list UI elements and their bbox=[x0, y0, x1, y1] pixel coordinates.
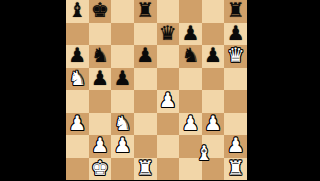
white-pawn-b2[interactable]: ♟ bbox=[91, 135, 109, 155]
black-bishop-a8[interactable]: ♝ bbox=[68, 0, 86, 20]
square-c4[interactable] bbox=[111, 90, 134, 113]
black-knight-f6[interactable]: ♞ bbox=[181, 45, 199, 65]
square-a8[interactable]: ♝ bbox=[66, 0, 89, 23]
square-h6[interactable]: ♛ bbox=[224, 45, 247, 68]
black-rook-d8[interactable]: ♜ bbox=[136, 0, 154, 20]
square-e2[interactable] bbox=[157, 135, 180, 158]
square-b5[interactable]: ♟ bbox=[89, 68, 112, 91]
square-b1[interactable]: ♚ bbox=[89, 158, 112, 181]
white-pawn-a3[interactable]: ♟ bbox=[68, 113, 86, 133]
square-h1[interactable]: ♜ bbox=[224, 158, 247, 181]
black-pawn-a6[interactable]: ♟ bbox=[68, 45, 86, 65]
square-d4[interactable] bbox=[134, 90, 157, 113]
square-c7[interactable] bbox=[111, 23, 134, 46]
black-knight-b6[interactable]: ♞ bbox=[91, 45, 109, 65]
square-c5[interactable]: ♟ bbox=[111, 68, 134, 91]
square-d2[interactable] bbox=[134, 135, 157, 158]
black-pawn-h7[interactable]: ♟ bbox=[227, 23, 245, 43]
square-h5[interactable] bbox=[224, 68, 247, 91]
square-c3[interactable]: ♞ bbox=[111, 113, 134, 136]
square-f7[interactable]: ♟ bbox=[179, 23, 202, 46]
square-b8[interactable]: ♚ bbox=[89, 0, 112, 23]
square-a4[interactable] bbox=[66, 90, 89, 113]
square-b2[interactable]: ♟ bbox=[89, 135, 112, 158]
square-h4[interactable] bbox=[224, 90, 247, 113]
white-pawn-g3[interactable]: ♟ bbox=[204, 113, 222, 133]
square-a1[interactable] bbox=[66, 158, 89, 181]
square-b6[interactable]: ♞ bbox=[89, 45, 112, 68]
square-g3[interactable]: ♟ bbox=[202, 113, 225, 136]
black-pawn-b5[interactable]: ♟ bbox=[91, 68, 109, 88]
square-e7[interactable]: ♛ bbox=[157, 23, 180, 46]
video-frame-background: ♝♚♜♜♛♟♟♟♞♟♞♟♛♞♟♟♟♟♞♟♟♟♟♟♚♜♜♝ bbox=[0, 0, 320, 180]
square-d6[interactable]: ♟ bbox=[134, 45, 157, 68]
square-h8[interactable]: ♜ bbox=[224, 0, 247, 23]
white-rook-d1[interactable]: ♜ bbox=[136, 158, 154, 178]
white-pawn-e4[interactable]: ♟ bbox=[159, 90, 177, 110]
chess-board: ♝♚♜♜♛♟♟♟♞♟♞♟♛♞♟♟♟♟♞♟♟♟♟♟♚♜♜♝ bbox=[66, 0, 247, 180]
black-rook-h8[interactable]: ♜ bbox=[227, 0, 245, 20]
square-d7[interactable] bbox=[134, 23, 157, 46]
black-pawn-g6[interactable]: ♟ bbox=[204, 45, 222, 65]
square-e6[interactable] bbox=[157, 45, 180, 68]
square-e8[interactable] bbox=[157, 0, 180, 23]
black-pawn-f7[interactable]: ♟ bbox=[181, 23, 199, 43]
square-g8[interactable] bbox=[202, 0, 225, 23]
square-a6[interactable]: ♟ bbox=[66, 45, 89, 68]
black-pawn-d6[interactable]: ♟ bbox=[136, 45, 154, 65]
white-pawn-c2[interactable]: ♟ bbox=[114, 135, 132, 155]
square-h7[interactable]: ♟ bbox=[224, 23, 247, 46]
white-pawn-h2[interactable]: ♟ bbox=[227, 135, 245, 155]
square-f6[interactable]: ♞ bbox=[179, 45, 202, 68]
square-b7[interactable] bbox=[89, 23, 112, 46]
square-f8[interactable] bbox=[179, 0, 202, 23]
white-knight-a5[interactable]: ♞ bbox=[68, 68, 86, 88]
square-g6[interactable]: ♟ bbox=[202, 45, 225, 68]
square-a2[interactable] bbox=[66, 135, 89, 158]
square-h2[interactable]: ♟ bbox=[224, 135, 247, 158]
square-e3[interactable] bbox=[157, 113, 180, 136]
square-a5[interactable]: ♞ bbox=[66, 68, 89, 91]
square-c8[interactable] bbox=[111, 0, 134, 23]
square-d5[interactable] bbox=[134, 68, 157, 91]
square-c6[interactable] bbox=[111, 45, 134, 68]
square-f3[interactable]: ♟ bbox=[179, 113, 202, 136]
square-f5[interactable] bbox=[179, 68, 202, 91]
square-h3[interactable] bbox=[224, 113, 247, 136]
square-b3[interactable] bbox=[89, 113, 112, 136]
black-king-b8[interactable]: ♚ bbox=[91, 0, 109, 20]
square-f4[interactable] bbox=[179, 90, 202, 113]
square-c1[interactable] bbox=[111, 158, 134, 181]
square-g4[interactable] bbox=[202, 90, 225, 113]
white-queen-h6[interactable]: ♛ bbox=[227, 45, 245, 65]
white-king-b1[interactable]: ♚ bbox=[91, 158, 109, 178]
square-d1[interactable]: ♜ bbox=[134, 158, 157, 181]
black-queen-e7[interactable]: ♛ bbox=[159, 23, 177, 43]
square-e5[interactable] bbox=[157, 68, 180, 91]
square-g7[interactable] bbox=[202, 23, 225, 46]
white-rook-h1[interactable]: ♜ bbox=[227, 158, 245, 178]
white-knight-c3[interactable]: ♞ bbox=[114, 113, 132, 133]
white-pawn-f3[interactable]: ♟ bbox=[181, 113, 199, 133]
square-b4[interactable] bbox=[89, 90, 112, 113]
square-c2[interactable]: ♟ bbox=[111, 135, 134, 158]
black-pawn-c5[interactable]: ♟ bbox=[114, 68, 132, 88]
square-d3[interactable] bbox=[134, 113, 157, 136]
square-e1[interactable] bbox=[157, 158, 180, 181]
square-a7[interactable] bbox=[66, 23, 89, 46]
white-bishop-moving-f1-g2[interactable]: ♝ bbox=[195, 143, 213, 163]
square-g5[interactable] bbox=[202, 68, 225, 91]
square-e4[interactable]: ♟ bbox=[157, 90, 180, 113]
square-a3[interactable]: ♟ bbox=[66, 113, 89, 136]
square-d8[interactable]: ♜ bbox=[134, 0, 157, 23]
